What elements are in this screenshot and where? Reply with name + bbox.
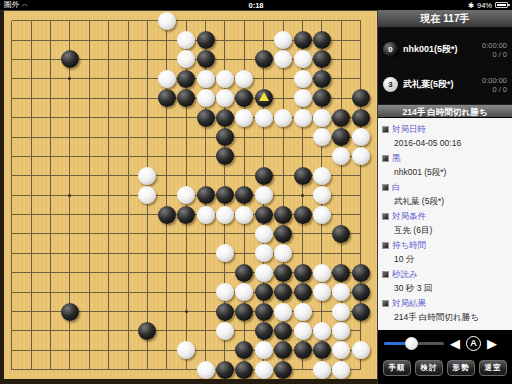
board-cell[interactable] bbox=[293, 224, 312, 243]
board-cell[interactable] bbox=[177, 147, 196, 166]
board-cell[interactable] bbox=[60, 166, 79, 185]
board-cell[interactable] bbox=[235, 263, 254, 282]
board-cell[interactable] bbox=[2, 30, 21, 49]
board-cell[interactable] bbox=[157, 89, 176, 108]
board-cell[interactable] bbox=[196, 89, 215, 108]
board-cell[interactable] bbox=[118, 321, 137, 340]
board-cell[interactable] bbox=[157, 360, 176, 379]
board-cell[interactable] bbox=[138, 321, 157, 340]
board-cell[interactable] bbox=[157, 224, 176, 243]
board-cell[interactable] bbox=[80, 11, 99, 30]
board-cell[interactable] bbox=[196, 30, 215, 49]
board-cell[interactable] bbox=[99, 282, 118, 301]
board-cell[interactable] bbox=[60, 50, 79, 69]
board-cell[interactable] bbox=[80, 108, 99, 127]
board-cell[interactable] bbox=[21, 186, 40, 205]
board-cell[interactable] bbox=[118, 224, 137, 243]
board-cell[interactable] bbox=[273, 30, 292, 49]
board-cell[interactable] bbox=[118, 50, 137, 69]
board-cell[interactable] bbox=[312, 127, 331, 146]
board-cell[interactable] bbox=[254, 205, 273, 224]
board-cell[interactable] bbox=[60, 205, 79, 224]
board-cell[interactable] bbox=[235, 341, 254, 360]
board-cell[interactable] bbox=[99, 69, 118, 88]
board-cell[interactable] bbox=[312, 108, 331, 127]
board-cell[interactable] bbox=[60, 186, 79, 205]
board-cell[interactable] bbox=[99, 30, 118, 49]
board-cell[interactable] bbox=[177, 360, 196, 379]
board-cell[interactable] bbox=[41, 11, 60, 30]
board-cell[interactable] bbox=[235, 69, 254, 88]
board-cell[interactable] bbox=[235, 205, 254, 224]
board-cell[interactable] bbox=[215, 127, 234, 146]
board-cell[interactable] bbox=[254, 244, 273, 263]
board-cell[interactable] bbox=[312, 30, 331, 49]
board-cell[interactable] bbox=[2, 166, 21, 185]
board-cell[interactable] bbox=[138, 11, 157, 30]
board-cell[interactable] bbox=[2, 244, 21, 263]
board-cell[interactable] bbox=[80, 30, 99, 49]
board-cell[interactable] bbox=[138, 205, 157, 224]
board-cell[interactable] bbox=[215, 69, 234, 88]
prev-move-button[interactable]: ◀ bbox=[450, 337, 460, 350]
board-cell[interactable] bbox=[312, 302, 331, 321]
next-move-button[interactable]: ▶ bbox=[487, 337, 497, 350]
board-cell[interactable] bbox=[293, 89, 312, 108]
board-cell[interactable] bbox=[254, 50, 273, 69]
board-cell[interactable] bbox=[80, 127, 99, 146]
board-cell[interactable] bbox=[80, 224, 99, 243]
board-cell[interactable] bbox=[138, 30, 157, 49]
board-cell[interactable] bbox=[41, 108, 60, 127]
board-cell[interactable] bbox=[351, 11, 370, 30]
board-cell[interactable] bbox=[118, 302, 137, 321]
board-cell[interactable] bbox=[312, 282, 331, 301]
board-cell[interactable] bbox=[157, 50, 176, 69]
board-cell[interactable] bbox=[60, 321, 79, 340]
board-cell[interactable] bbox=[332, 89, 351, 108]
board-cell[interactable] bbox=[80, 282, 99, 301]
board-cell[interactable] bbox=[118, 30, 137, 49]
board-cell[interactable] bbox=[254, 321, 273, 340]
board-cell[interactable] bbox=[351, 321, 370, 340]
board-cell[interactable] bbox=[273, 224, 292, 243]
board-cell[interactable] bbox=[332, 224, 351, 243]
board-cell[interactable] bbox=[196, 69, 215, 88]
board-cell[interactable] bbox=[2, 224, 21, 243]
board-cell[interactable] bbox=[41, 89, 60, 108]
board-cell[interactable] bbox=[41, 186, 60, 205]
board-cell[interactable] bbox=[99, 50, 118, 69]
board-cell[interactable] bbox=[2, 127, 21, 146]
board-cell[interactable] bbox=[99, 11, 118, 30]
board-cell[interactable] bbox=[254, 360, 273, 379]
board-cell[interactable] bbox=[332, 263, 351, 282]
board-cell[interactable] bbox=[2, 321, 21, 340]
board-cell[interactable] bbox=[215, 302, 234, 321]
board-cell[interactable] bbox=[196, 205, 215, 224]
board-cell[interactable] bbox=[215, 108, 234, 127]
board-cell[interactable] bbox=[332, 186, 351, 205]
board-cell[interactable] bbox=[293, 263, 312, 282]
board-cell[interactable] bbox=[351, 205, 370, 224]
board-cell[interactable] bbox=[21, 244, 40, 263]
board-cell[interactable] bbox=[21, 341, 40, 360]
board-cell[interactable] bbox=[138, 50, 157, 69]
board-cell[interactable] bbox=[273, 186, 292, 205]
board-cell[interactable] bbox=[196, 302, 215, 321]
board-cell[interactable] bbox=[157, 205, 176, 224]
board-cell[interactable] bbox=[80, 166, 99, 185]
board-cell[interactable] bbox=[99, 244, 118, 263]
board-cell[interactable] bbox=[332, 147, 351, 166]
board-cell[interactable] bbox=[138, 147, 157, 166]
board-cell[interactable] bbox=[41, 263, 60, 282]
board-cell[interactable] bbox=[351, 127, 370, 146]
board-cell[interactable] bbox=[21, 69, 40, 88]
board-cell[interactable] bbox=[312, 263, 331, 282]
board-cell[interactable] bbox=[21, 50, 40, 69]
board-cell[interactable] bbox=[273, 263, 292, 282]
board-cell[interactable] bbox=[41, 30, 60, 49]
board-cell[interactable] bbox=[41, 166, 60, 185]
board-cell[interactable] bbox=[312, 11, 331, 30]
board-cell[interactable] bbox=[177, 244, 196, 263]
board-cell[interactable] bbox=[99, 186, 118, 205]
board-cell[interactable] bbox=[293, 302, 312, 321]
board-cell[interactable] bbox=[293, 186, 312, 205]
board-cell[interactable] bbox=[196, 224, 215, 243]
board-cell[interactable] bbox=[235, 127, 254, 146]
board-cell[interactable] bbox=[293, 69, 312, 88]
board-cell[interactable] bbox=[2, 205, 21, 224]
board-cell[interactable] bbox=[196, 11, 215, 30]
board-cell[interactable] bbox=[351, 224, 370, 243]
board-cell[interactable] bbox=[118, 69, 137, 88]
board-cell[interactable] bbox=[254, 147, 273, 166]
board-cell[interactable] bbox=[235, 321, 254, 340]
board-cell[interactable] bbox=[235, 302, 254, 321]
board-cell[interactable] bbox=[254, 89, 273, 108]
board-cell[interactable] bbox=[235, 224, 254, 243]
board-cell[interactable] bbox=[157, 282, 176, 301]
leave-room-button[interactable]: 退室 bbox=[479, 360, 507, 376]
board-cell[interactable] bbox=[273, 302, 292, 321]
board-cell[interactable] bbox=[2, 282, 21, 301]
board-cell[interactable] bbox=[99, 166, 118, 185]
board-cell[interactable] bbox=[273, 147, 292, 166]
board-cell[interactable] bbox=[254, 186, 273, 205]
board-cell[interactable] bbox=[118, 341, 137, 360]
board-cell[interactable] bbox=[138, 282, 157, 301]
board-cell[interactable] bbox=[41, 244, 60, 263]
board-cell[interactable] bbox=[177, 302, 196, 321]
board-cell[interactable] bbox=[312, 321, 331, 340]
board-cell[interactable] bbox=[351, 108, 370, 127]
board-cell[interactable] bbox=[99, 127, 118, 146]
board-cell[interactable] bbox=[332, 50, 351, 69]
board-cell[interactable] bbox=[21, 321, 40, 340]
board-cell[interactable] bbox=[254, 69, 273, 88]
board-cell[interactable] bbox=[215, 186, 234, 205]
board-cell[interactable] bbox=[138, 224, 157, 243]
board-cell[interactable] bbox=[293, 360, 312, 379]
board-cell[interactable] bbox=[196, 127, 215, 146]
board-cell[interactable] bbox=[293, 205, 312, 224]
board-cell[interactable] bbox=[2, 186, 21, 205]
board-cell[interactable] bbox=[41, 205, 60, 224]
board-cell[interactable] bbox=[332, 360, 351, 379]
board-cell[interactable] bbox=[157, 302, 176, 321]
board-cell[interactable] bbox=[293, 11, 312, 30]
board-cell[interactable] bbox=[60, 224, 79, 243]
moves-button[interactable]: 手順 bbox=[383, 360, 411, 376]
board-cell[interactable] bbox=[41, 282, 60, 301]
board-cell[interactable] bbox=[254, 166, 273, 185]
board-cell[interactable] bbox=[196, 166, 215, 185]
board-cell[interactable] bbox=[351, 244, 370, 263]
board-cell[interactable] bbox=[273, 166, 292, 185]
board-cell[interactable] bbox=[235, 244, 254, 263]
board-cell[interactable] bbox=[293, 30, 312, 49]
board-cell[interactable] bbox=[273, 11, 292, 30]
board-cell[interactable] bbox=[138, 244, 157, 263]
board-cell[interactable] bbox=[60, 147, 79, 166]
board-cell[interactable] bbox=[2, 89, 21, 108]
board-cell[interactable] bbox=[332, 127, 351, 146]
evaluation-button[interactable]: 形勢 bbox=[447, 360, 475, 376]
board-cell[interactable] bbox=[118, 282, 137, 301]
board-cell[interactable] bbox=[21, 263, 40, 282]
board-cell[interactable] bbox=[157, 147, 176, 166]
board-cell[interactable] bbox=[215, 50, 234, 69]
move-slider[interactable] bbox=[384, 342, 444, 345]
board-cell[interactable] bbox=[312, 224, 331, 243]
board-cell[interactable] bbox=[177, 108, 196, 127]
board-cell[interactable] bbox=[312, 50, 331, 69]
board-cell[interactable] bbox=[215, 30, 234, 49]
board-cell[interactable] bbox=[118, 263, 137, 282]
board-cell[interactable] bbox=[177, 69, 196, 88]
board-cell[interactable] bbox=[138, 186, 157, 205]
board-cell[interactable] bbox=[254, 302, 273, 321]
board-cell[interactable] bbox=[273, 360, 292, 379]
board-cell[interactable] bbox=[21, 147, 40, 166]
board-cell[interactable] bbox=[293, 244, 312, 263]
board-cell[interactable] bbox=[2, 360, 21, 379]
board-cell[interactable] bbox=[273, 321, 292, 340]
board-cell[interactable] bbox=[118, 166, 137, 185]
board-cell[interactable] bbox=[293, 282, 312, 301]
board-cell[interactable] bbox=[177, 89, 196, 108]
board-cell[interactable] bbox=[2, 147, 21, 166]
board-cell[interactable] bbox=[254, 282, 273, 301]
board-cell[interactable] bbox=[21, 166, 40, 185]
board-cell[interactable] bbox=[273, 127, 292, 146]
board-cell[interactable] bbox=[332, 321, 351, 340]
board-cell[interactable] bbox=[60, 282, 79, 301]
board-cell[interactable] bbox=[332, 244, 351, 263]
board-cell[interactable] bbox=[332, 30, 351, 49]
board-cell[interactable] bbox=[177, 11, 196, 30]
board-cell[interactable] bbox=[273, 282, 292, 301]
board-cell[interactable] bbox=[254, 341, 273, 360]
board-cell[interactable] bbox=[157, 244, 176, 263]
board-cell[interactable] bbox=[215, 341, 234, 360]
board-cell[interactable] bbox=[254, 263, 273, 282]
board-cell[interactable] bbox=[2, 69, 21, 88]
board-cell[interactable] bbox=[138, 166, 157, 185]
board-cell[interactable] bbox=[138, 263, 157, 282]
board-cell[interactable] bbox=[41, 321, 60, 340]
board-cell[interactable] bbox=[351, 360, 370, 379]
review-button[interactable]: 検討 bbox=[415, 360, 443, 376]
board-cell[interactable] bbox=[215, 321, 234, 340]
board-cell[interactable] bbox=[332, 69, 351, 88]
board-cell[interactable] bbox=[215, 205, 234, 224]
board-cell[interactable] bbox=[41, 224, 60, 243]
board-cell[interactable] bbox=[157, 127, 176, 146]
slider-knob[interactable] bbox=[405, 337, 418, 350]
board-cell[interactable] bbox=[60, 244, 79, 263]
board-cell[interactable] bbox=[41, 341, 60, 360]
board-cell[interactable] bbox=[2, 302, 21, 321]
board-cell[interactable] bbox=[273, 108, 292, 127]
board-cell[interactable] bbox=[60, 341, 79, 360]
board-cell[interactable] bbox=[293, 50, 312, 69]
board-cell[interactable] bbox=[118, 147, 137, 166]
board-cell[interactable] bbox=[235, 50, 254, 69]
board-cell[interactable] bbox=[293, 108, 312, 127]
go-board[interactable] bbox=[2, 11, 371, 380]
board-cell[interactable] bbox=[235, 186, 254, 205]
board-cell[interactable] bbox=[118, 108, 137, 127]
board-cell[interactable] bbox=[99, 224, 118, 243]
board-cell[interactable] bbox=[157, 321, 176, 340]
board-cell[interactable] bbox=[312, 205, 331, 224]
board-cell[interactable] bbox=[80, 186, 99, 205]
board-cell[interactable] bbox=[80, 341, 99, 360]
board-cell[interactable] bbox=[235, 147, 254, 166]
board-cell[interactable] bbox=[351, 282, 370, 301]
board-cell[interactable] bbox=[99, 341, 118, 360]
board-cell[interactable] bbox=[118, 11, 137, 30]
board-cell[interactable] bbox=[99, 147, 118, 166]
board-cell[interactable] bbox=[215, 282, 234, 301]
board-cell[interactable] bbox=[80, 302, 99, 321]
board-cell[interactable] bbox=[273, 205, 292, 224]
board-cell[interactable] bbox=[99, 360, 118, 379]
board-cell[interactable] bbox=[21, 282, 40, 301]
board-cell[interactable] bbox=[235, 11, 254, 30]
board-cell[interactable] bbox=[177, 205, 196, 224]
board-cell[interactable] bbox=[215, 89, 234, 108]
board-cell[interactable] bbox=[60, 89, 79, 108]
board-cell[interactable] bbox=[21, 205, 40, 224]
board-cell[interactable] bbox=[118, 244, 137, 263]
board-cell[interactable] bbox=[332, 166, 351, 185]
board-cell[interactable] bbox=[332, 302, 351, 321]
board-cell[interactable] bbox=[351, 166, 370, 185]
board-cell[interactable] bbox=[80, 263, 99, 282]
board-cell[interactable] bbox=[312, 244, 331, 263]
board-cell[interactable] bbox=[196, 108, 215, 127]
board-cell[interactable] bbox=[332, 108, 351, 127]
board-cell[interactable] bbox=[254, 108, 273, 127]
board-cell[interactable] bbox=[177, 127, 196, 146]
board-cell[interactable] bbox=[138, 341, 157, 360]
board-cell[interactable] bbox=[41, 147, 60, 166]
board-cell[interactable] bbox=[80, 360, 99, 379]
board-cell[interactable] bbox=[99, 321, 118, 340]
board-cell[interactable] bbox=[254, 224, 273, 243]
board-cell[interactable] bbox=[215, 166, 234, 185]
board-cell[interactable] bbox=[312, 147, 331, 166]
board-cell[interactable] bbox=[235, 282, 254, 301]
board-cell[interactable] bbox=[293, 127, 312, 146]
board-cell[interactable] bbox=[235, 89, 254, 108]
board-cell[interactable] bbox=[21, 108, 40, 127]
board-cell[interactable] bbox=[215, 360, 234, 379]
board-cell[interactable] bbox=[351, 89, 370, 108]
board-cell[interactable] bbox=[215, 11, 234, 30]
board-cell[interactable] bbox=[177, 263, 196, 282]
board-cell[interactable] bbox=[80, 50, 99, 69]
board-cell[interactable] bbox=[157, 11, 176, 30]
board-cell[interactable] bbox=[235, 166, 254, 185]
board-cell[interactable] bbox=[177, 166, 196, 185]
board-cell[interactable] bbox=[196, 263, 215, 282]
board-cell[interactable] bbox=[157, 108, 176, 127]
board-cell[interactable] bbox=[21, 11, 40, 30]
board-cell[interactable] bbox=[293, 321, 312, 340]
board-cell[interactable] bbox=[99, 89, 118, 108]
board-cell[interactable] bbox=[21, 360, 40, 379]
board-cell[interactable] bbox=[118, 360, 137, 379]
board-cell[interactable] bbox=[41, 50, 60, 69]
board-cell[interactable] bbox=[196, 282, 215, 301]
board-cell[interactable] bbox=[2, 108, 21, 127]
board-cell[interactable] bbox=[138, 89, 157, 108]
board-cell[interactable] bbox=[80, 69, 99, 88]
board-cell[interactable] bbox=[138, 302, 157, 321]
board-cell[interactable] bbox=[21, 224, 40, 243]
board-cell[interactable] bbox=[332, 341, 351, 360]
board-cell[interactable] bbox=[273, 244, 292, 263]
board-cell[interactable] bbox=[60, 69, 79, 88]
board-cell[interactable] bbox=[235, 30, 254, 49]
board-cell[interactable] bbox=[41, 69, 60, 88]
board-cell[interactable] bbox=[138, 127, 157, 146]
board-cell[interactable] bbox=[312, 69, 331, 88]
board-cell[interactable] bbox=[196, 244, 215, 263]
board-cell[interactable] bbox=[41, 360, 60, 379]
board-cell[interactable] bbox=[60, 127, 79, 146]
board-cell[interactable] bbox=[118, 186, 137, 205]
board-cell[interactable] bbox=[177, 30, 196, 49]
board-cell[interactable] bbox=[351, 186, 370, 205]
board-cell[interactable] bbox=[312, 341, 331, 360]
board-cell[interactable] bbox=[312, 89, 331, 108]
board-cell[interactable] bbox=[196, 50, 215, 69]
board-cell[interactable] bbox=[312, 360, 331, 379]
board-cell[interactable] bbox=[254, 30, 273, 49]
board-cell[interactable] bbox=[21, 127, 40, 146]
board-cell[interactable] bbox=[138, 69, 157, 88]
board-cell[interactable] bbox=[21, 89, 40, 108]
board-cell[interactable] bbox=[99, 302, 118, 321]
board-cell[interactable] bbox=[177, 224, 196, 243]
